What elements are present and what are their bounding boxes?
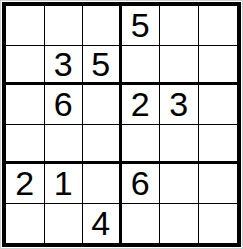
cell-r2c1[interactable]	[6, 46, 45, 86]
cell-r5c4[interactable]: 6	[122, 164, 161, 204]
cell-r5c1[interactable]: 2	[6, 164, 45, 204]
cell-r4c3[interactable]	[83, 125, 122, 165]
cell-r6c5[interactable]	[160, 204, 199, 244]
cell-r1c3[interactable]	[83, 6, 122, 46]
cell-r6c2[interactable]	[45, 204, 84, 244]
cell-r3c3[interactable]	[83, 85, 122, 125]
cell-r6c1[interactable]	[6, 204, 45, 244]
cell-r5c2[interactable]: 1	[45, 164, 84, 204]
cell-r1c5[interactable]	[160, 6, 199, 46]
cell-r2c5[interactable]	[160, 46, 199, 86]
cell-r2c2[interactable]: 3	[45, 46, 84, 86]
cell-r3c5[interactable]: 3	[160, 85, 199, 125]
cell-r5c3[interactable]	[83, 164, 122, 204]
cell-r4c6[interactable]	[199, 125, 238, 165]
cell-r5c5[interactable]	[160, 164, 199, 204]
cell-r2c6[interactable]	[199, 46, 238, 86]
sudoku-board: 5356232164	[2, 2, 241, 247]
cell-r1c4[interactable]: 5	[122, 6, 161, 46]
puzzle-frame: 5356232164	[0, 0, 243, 249]
cell-r1c6[interactable]	[199, 6, 238, 46]
cell-r4c5[interactable]	[160, 125, 199, 165]
cell-r3c4[interactable]: 2	[122, 85, 161, 125]
cell-r2c4[interactable]	[122, 46, 161, 86]
cell-r4c1[interactable]	[6, 125, 45, 165]
cell-r4c2[interactable]	[45, 125, 84, 165]
cell-r3c6[interactable]	[199, 85, 238, 125]
cell-r6c4[interactable]	[122, 204, 161, 244]
cell-r1c1[interactable]	[6, 6, 45, 46]
cell-r3c2[interactable]: 6	[45, 85, 84, 125]
cell-r2c3[interactable]: 5	[83, 46, 122, 86]
cell-r5c6[interactable]	[199, 164, 238, 204]
cell-r6c3[interactable]: 4	[83, 204, 122, 244]
cell-r3c1[interactable]	[6, 85, 45, 125]
cell-r6c6[interactable]	[199, 204, 238, 244]
cell-r4c4[interactable]	[122, 125, 161, 165]
cell-r1c2[interactable]	[45, 6, 84, 46]
